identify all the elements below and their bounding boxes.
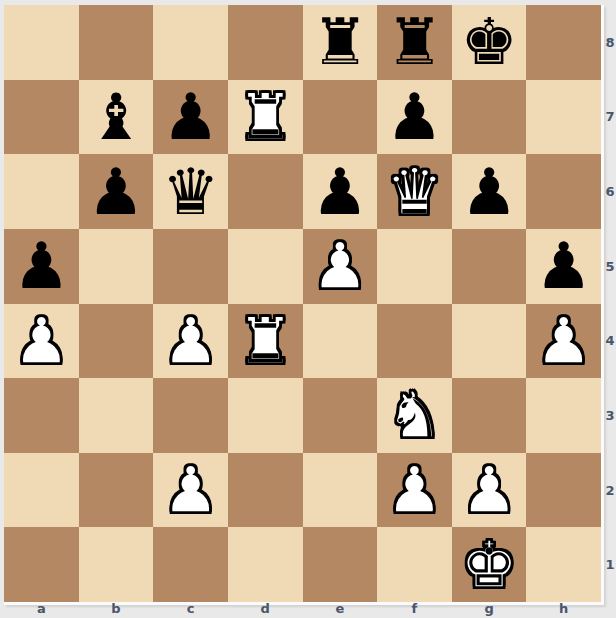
white-rook-piece[interactable]: ♜ (237, 85, 294, 149)
black-rook-piece[interactable]: ♜ (386, 10, 443, 74)
square-d1[interactable] (228, 527, 303, 602)
white-king-piece[interactable]: ♚ (460, 533, 517, 597)
square-a1[interactable] (4, 527, 79, 602)
file-label-c: c (153, 601, 228, 615)
square-b3[interactable] (79, 378, 154, 453)
square-f6[interactable]: ♛ (377, 154, 452, 229)
square-f3[interactable]: ♞ (377, 378, 452, 453)
square-f4[interactable] (377, 304, 452, 379)
square-c6[interactable]: ♛ (153, 154, 228, 229)
square-c8[interactable] (153, 5, 228, 80)
square-h1[interactable] (526, 527, 601, 602)
black-pawn-piece[interactable]: ♟ (162, 85, 219, 149)
square-c3[interactable] (153, 378, 228, 453)
square-c1[interactable] (153, 527, 228, 602)
square-g7[interactable] (452, 80, 527, 155)
square-a4[interactable]: ♟ (4, 304, 79, 379)
rank-label-1: 1 (604, 527, 616, 602)
white-pawn-piece[interactable]: ♟ (535, 309, 592, 373)
square-f7[interactable]: ♟ (377, 80, 452, 155)
file-label-f: f (377, 601, 452, 615)
square-h5[interactable]: ♟ (526, 229, 601, 304)
square-e3[interactable] (303, 378, 378, 453)
square-e6[interactable]: ♟ (303, 154, 378, 229)
rank-label-7: 7 (604, 80, 616, 155)
square-e5[interactable]: ♟ (303, 229, 378, 304)
square-f1[interactable] (377, 527, 452, 602)
black-queen-piece[interactable]: ♛ (162, 160, 219, 224)
square-a3[interactable] (4, 378, 79, 453)
square-d3[interactable] (228, 378, 303, 453)
square-g5[interactable] (452, 229, 527, 304)
square-a8[interactable] (4, 5, 79, 80)
square-b8[interactable] (79, 5, 154, 80)
square-g3[interactable] (452, 378, 527, 453)
white-pawn-piece[interactable]: ♟ (162, 309, 219, 373)
black-pawn-piece[interactable]: ♟ (386, 85, 443, 149)
square-b6[interactable]: ♟ (79, 154, 154, 229)
square-e7[interactable] (303, 80, 378, 155)
square-c7[interactable]: ♟ (153, 80, 228, 155)
rank-label-6: 6 (604, 154, 616, 229)
square-c5[interactable] (153, 229, 228, 304)
square-d6[interactable] (228, 154, 303, 229)
square-g2[interactable]: ♟ (452, 453, 527, 528)
file-labels: a b c d e f g h (4, 601, 601, 615)
square-h8[interactable] (526, 5, 601, 80)
square-b5[interactable] (79, 229, 154, 304)
white-pawn-piece[interactable]: ♟ (460, 458, 517, 522)
black-pawn-piece[interactable]: ♟ (311, 160, 368, 224)
square-e1[interactable] (303, 527, 378, 602)
square-b4[interactable] (79, 304, 154, 379)
white-pawn-piece[interactable]: ♟ (162, 458, 219, 522)
white-knight-piece[interactable]: ♞ (386, 383, 443, 447)
black-rook-piece[interactable]: ♜ (311, 10, 368, 74)
file-label-g: g (452, 601, 527, 615)
square-h6[interactable] (526, 154, 601, 229)
square-h4[interactable]: ♟ (526, 304, 601, 379)
rank-label-8: 8 (604, 5, 616, 80)
white-pawn-piece[interactable]: ♟ (311, 234, 368, 298)
rank-label-5: 5 (604, 229, 616, 304)
black-pawn-piece[interactable]: ♟ (13, 234, 70, 298)
square-f8[interactable]: ♜ (377, 5, 452, 80)
black-pawn-piece[interactable]: ♟ (535, 234, 592, 298)
file-label-h: h (526, 601, 601, 615)
square-g1[interactable]: ♚ (452, 527, 527, 602)
rank-label-2: 2 (604, 453, 616, 528)
square-d8[interactable] (228, 5, 303, 80)
square-h2[interactable] (526, 453, 601, 528)
square-e4[interactable] (303, 304, 378, 379)
square-g6[interactable]: ♟ (452, 154, 527, 229)
square-b1[interactable] (79, 527, 154, 602)
white-rook-piece[interactable]: ♜ (237, 309, 294, 373)
white-pawn-piece[interactable]: ♟ (386, 458, 443, 522)
black-pawn-piece[interactable]: ♟ (460, 160, 517, 224)
file-label-d: d (228, 601, 303, 615)
square-b7[interactable]: ♝ (79, 80, 154, 155)
square-b2[interactable] (79, 453, 154, 528)
black-bishop-piece[interactable]: ♝ (87, 85, 144, 149)
black-king-piece[interactable]: ♚ (460, 10, 517, 74)
square-a2[interactable] (4, 453, 79, 528)
chess-board: ♜♜♚♝♟♜♟♟♛♟♛♟♟♟♟♟♟♜♟♞♟♟♟♚ (4, 5, 604, 605)
square-e2[interactable] (303, 453, 378, 528)
square-g8[interactable]: ♚ (452, 5, 527, 80)
rank-label-3: 3 (604, 378, 616, 453)
square-a6[interactable] (4, 154, 79, 229)
file-label-a: a (4, 601, 79, 615)
rank-label-4: 4 (604, 304, 616, 379)
square-d2[interactable] (228, 453, 303, 528)
square-c4[interactable]: ♟ (153, 304, 228, 379)
square-h7[interactable] (526, 80, 601, 155)
white-queen-piece[interactable]: ♛ (386, 160, 443, 224)
square-a5[interactable]: ♟ (4, 229, 79, 304)
square-d5[interactable] (228, 229, 303, 304)
square-c2[interactable]: ♟ (153, 453, 228, 528)
white-pawn-piece[interactable]: ♟ (13, 309, 70, 373)
square-f5[interactable] (377, 229, 452, 304)
square-a7[interactable] (4, 80, 79, 155)
black-pawn-piece[interactable]: ♟ (87, 160, 144, 224)
square-g4[interactable] (452, 304, 527, 379)
square-f2[interactable]: ♟ (377, 453, 452, 528)
square-d7[interactable]: ♜ (228, 80, 303, 155)
square-h3[interactable] (526, 378, 601, 453)
file-label-b: b (79, 601, 154, 615)
file-label-e: e (303, 601, 378, 615)
rank-labels: 8 7 6 5 4 3 2 1 (604, 5, 616, 602)
square-d4[interactable]: ♜ (228, 304, 303, 379)
square-e8[interactable]: ♜ (303, 5, 378, 80)
